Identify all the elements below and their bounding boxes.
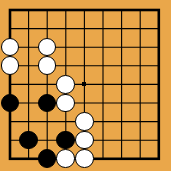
intersection[interactable] (38, 1, 57, 20)
intersection[interactable] (75, 38, 94, 57)
intersection[interactable] (19, 75, 38, 94)
white-stone[interactable] (56, 149, 75, 168)
white-stone[interactable] (56, 75, 75, 94)
intersection[interactable] (1, 75, 20, 94)
intersection[interactable] (112, 38, 131, 57)
go-board (0, 0, 171, 171)
white-stone[interactable] (38, 56, 57, 75)
intersection[interactable] (94, 19, 113, 38)
intersection[interactable] (75, 112, 94, 131)
intersection[interactable] (56, 19, 75, 38)
white-stone[interactable] (75, 149, 94, 168)
intersection[interactable] (94, 1, 113, 20)
intersection[interactable] (38, 131, 57, 150)
intersection[interactable] (38, 75, 57, 94)
intersection[interactable] (149, 56, 168, 75)
intersection[interactable] (149, 19, 168, 38)
intersection[interactable] (94, 75, 113, 94)
white-stone[interactable] (75, 112, 94, 131)
intersection[interactable] (112, 56, 131, 75)
intersection[interactable] (56, 56, 75, 75)
intersection[interactable] (1, 112, 20, 131)
black-stone[interactable] (38, 149, 57, 168)
intersection[interactable] (56, 94, 75, 113)
intersection[interactable] (149, 1, 168, 20)
intersection[interactable] (149, 38, 168, 57)
intersection[interactable] (112, 149, 131, 168)
intersection[interactable] (149, 75, 168, 94)
intersection[interactable] (112, 1, 131, 20)
black-stone[interactable] (38, 94, 57, 113)
intersection[interactable] (38, 19, 57, 38)
intersection[interactable] (149, 112, 168, 131)
intersection[interactable] (112, 112, 131, 131)
white-stone[interactable] (1, 56, 20, 75)
intersection[interactable] (75, 149, 94, 168)
intersection[interactable] (1, 94, 20, 113)
intersection[interactable] (131, 131, 150, 150)
black-stone[interactable] (56, 131, 75, 150)
intersection[interactable] (56, 131, 75, 150)
intersection[interactable] (131, 149, 150, 168)
white-stone[interactable] (38, 38, 57, 57)
intersection[interactable] (1, 149, 20, 168)
intersection[interactable] (75, 56, 94, 75)
intersection[interactable] (19, 112, 38, 131)
intersection[interactable] (112, 19, 131, 38)
intersection[interactable] (131, 1, 150, 20)
intersection[interactable] (149, 94, 168, 113)
white-stone[interactable] (56, 94, 75, 113)
intersection[interactable] (131, 56, 150, 75)
intersection[interactable] (94, 131, 113, 150)
intersection[interactable] (56, 38, 75, 57)
intersection[interactable] (131, 94, 150, 113)
intersection[interactable] (19, 56, 38, 75)
intersection[interactable] (131, 19, 150, 38)
intersection[interactable] (1, 38, 20, 57)
intersection[interactable] (149, 149, 168, 168)
intersection[interactable] (131, 75, 150, 94)
intersection[interactable] (19, 94, 38, 113)
intersection[interactable] (38, 112, 57, 131)
intersection[interactable] (1, 19, 20, 38)
intersection[interactable] (75, 19, 94, 38)
intersection[interactable] (56, 112, 75, 131)
intersection[interactable] (38, 56, 57, 75)
intersection[interactable] (1, 56, 20, 75)
intersection[interactable] (38, 94, 57, 113)
white-stone[interactable] (1, 38, 20, 57)
intersection[interactable] (75, 131, 94, 150)
intersection[interactable] (19, 1, 38, 20)
intersection[interactable] (112, 75, 131, 94)
intersection[interactable] (38, 38, 57, 57)
intersection[interactable] (94, 38, 113, 57)
intersection[interactable] (19, 38, 38, 57)
star-point (82, 82, 86, 86)
intersection[interactable] (19, 131, 38, 150)
intersection[interactable] (94, 149, 113, 168)
intersection[interactable] (19, 19, 38, 38)
intersection[interactable] (75, 94, 94, 113)
intersection[interactable] (94, 94, 113, 113)
intersection[interactable] (56, 1, 75, 20)
intersection[interactable] (94, 112, 113, 131)
intersection[interactable] (131, 38, 150, 57)
black-stone[interactable] (1, 94, 20, 113)
intersection[interactable] (112, 131, 131, 150)
intersection[interactable] (112, 94, 131, 113)
intersection[interactable] (38, 149, 57, 168)
white-stone[interactable] (75, 131, 94, 150)
intersection[interactable] (75, 1, 94, 20)
intersection[interactable] (56, 149, 75, 168)
black-stone[interactable] (19, 131, 38, 150)
intersection[interactable] (94, 56, 113, 75)
intersection[interactable] (149, 131, 168, 150)
intersection[interactable] (1, 1, 20, 20)
intersection[interactable] (1, 131, 20, 150)
intersection[interactable] (19, 149, 38, 168)
intersection[interactable] (131, 112, 150, 131)
intersection[interactable] (56, 75, 75, 94)
